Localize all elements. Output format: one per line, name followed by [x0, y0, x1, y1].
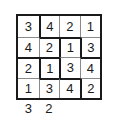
cell-r1c4[interactable]: 1	[80, 16, 101, 37]
cell-r2c4[interactable]: 3	[80, 37, 101, 58]
cell-r3c3[interactable]: 3	[59, 57, 80, 78]
cell-r2c3[interactable]: 1	[59, 37, 80, 58]
cell-r4c2[interactable]: 3	[39, 78, 60, 99]
cell-r4c4[interactable]: 2	[80, 78, 101, 99]
cell-r2c1[interactable]: 4	[18, 37, 39, 58]
cell-r1c1[interactable]: 3	[18, 16, 39, 37]
cell-r3c1[interactable]: 2	[18, 57, 39, 78]
puzzle-board: 3421421321341342	[16, 14, 102, 100]
cell-r1c3[interactable]: 2	[59, 16, 80, 37]
cell-r3c2[interactable]: 1	[39, 57, 60, 78]
cell-r2c2[interactable]: 2	[39, 37, 60, 58]
puzzle-diagram: 3421421321341342 32	[0, 0, 120, 120]
cell-r1c2[interactable]: 4	[39, 16, 60, 37]
bottom-clue-col1: 3	[18, 101, 39, 115]
cell-r4c3[interactable]: 4	[59, 78, 80, 99]
cell-r3c4[interactable]: 4	[80, 57, 101, 78]
cell-r4c1[interactable]: 1	[18, 78, 39, 99]
bottom-clue-col2: 2	[39, 101, 60, 115]
